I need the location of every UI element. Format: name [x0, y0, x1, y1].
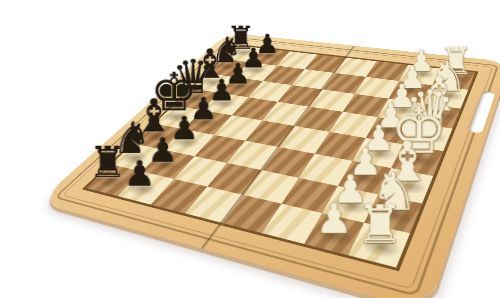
- piece-white-rook-h1[interactable]: ♜: [327, 198, 434, 251]
- chess-board: ♜♟♟♜♞♟♟♞♝♟♟♝♛♟♟♛♚♟♟♚♝♟♟♝♞♟♟♞♜♟♟♜: [82, 44, 479, 271]
- piece-black-pawn-h7[interactable]: ♟: [96, 156, 184, 191]
- chessboard-scene: ♜♟♟♜♞♟♟♞♝♟♟♝♛♟♟♛♚♟♟♚♝♟♟♝♞♟♟♞♜♟♟♜: [0, 0, 500, 298]
- product-photo: ♜♟♟♜♞♟♟♞♝♟♟♝♛♟♟♛♚♟♟♚♝♟♟♝♞♟♟♞♜♟♟♜: [0, 0, 500, 298]
